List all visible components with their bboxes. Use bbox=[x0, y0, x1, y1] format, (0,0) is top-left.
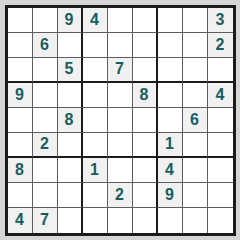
cell-r2c6[interactable] bbox=[133, 33, 158, 58]
cell-r5c5[interactable] bbox=[108, 108, 133, 133]
cell-r3c4[interactable] bbox=[83, 58, 108, 83]
cell-r2c4[interactable] bbox=[83, 33, 108, 58]
cell-r6c7[interactable]: 1 bbox=[158, 133, 183, 158]
cell-r1c9[interactable]: 3 bbox=[208, 8, 233, 33]
cell-r1c2[interactable] bbox=[33, 8, 58, 33]
cell-r2c7[interactable] bbox=[158, 33, 183, 58]
cell-r5c9[interactable] bbox=[208, 108, 233, 133]
cell-r5c2[interactable] bbox=[33, 108, 58, 133]
cell-r6c9[interactable] bbox=[208, 133, 233, 158]
cell-r2c8[interactable] bbox=[183, 33, 208, 58]
cell-r6c6[interactable] bbox=[133, 133, 158, 158]
cell-r4c7[interactable] bbox=[158, 83, 183, 108]
cell-r7c8[interactable] bbox=[183, 158, 208, 183]
page-background: 943625798486218142947 bbox=[0, 0, 240, 240]
cell-r8c3[interactable] bbox=[58, 183, 83, 208]
cell-r9c1[interactable]: 4 bbox=[8, 208, 33, 233]
cell-r1c7[interactable] bbox=[158, 8, 183, 33]
cell-r5c8[interactable]: 6 bbox=[183, 108, 208, 133]
cell-r7c1[interactable]: 8 bbox=[8, 158, 33, 183]
cell-r8c6[interactable] bbox=[133, 183, 158, 208]
cell-r6c5[interactable] bbox=[108, 133, 133, 158]
cell-r4c6[interactable]: 8 bbox=[133, 83, 158, 108]
cell-r5c1[interactable] bbox=[8, 108, 33, 133]
cell-r3c7[interactable] bbox=[158, 58, 183, 83]
cell-r3c8[interactable] bbox=[183, 58, 208, 83]
cell-r9c9[interactable] bbox=[208, 208, 233, 233]
cell-r4c1[interactable]: 9 bbox=[8, 83, 33, 108]
cell-r7c7[interactable]: 4 bbox=[158, 158, 183, 183]
cell-r8c5[interactable]: 2 bbox=[108, 183, 133, 208]
cell-r3c9[interactable] bbox=[208, 58, 233, 83]
cell-r8c9[interactable] bbox=[208, 183, 233, 208]
cell-r1c1[interactable] bbox=[8, 8, 33, 33]
cell-r1c5[interactable] bbox=[108, 8, 133, 33]
cell-r5c4[interactable] bbox=[83, 108, 108, 133]
cell-r7c5[interactable] bbox=[108, 158, 133, 183]
cell-r4c3[interactable] bbox=[58, 83, 83, 108]
cell-r1c4[interactable]: 4 bbox=[83, 8, 108, 33]
cell-r2c9[interactable]: 2 bbox=[208, 33, 233, 58]
cell-r9c8[interactable] bbox=[183, 208, 208, 233]
cell-r1c8[interactable] bbox=[183, 8, 208, 33]
cell-r9c6[interactable] bbox=[133, 208, 158, 233]
cell-r3c2[interactable] bbox=[33, 58, 58, 83]
cell-r3c3[interactable]: 5 bbox=[58, 58, 83, 83]
cell-r9c4[interactable] bbox=[83, 208, 108, 233]
cell-r5c6[interactable] bbox=[133, 108, 158, 133]
cell-r4c2[interactable] bbox=[33, 83, 58, 108]
cell-r6c8[interactable] bbox=[183, 133, 208, 158]
cell-r6c2[interactable]: 2 bbox=[33, 133, 58, 158]
cell-r4c4[interactable] bbox=[83, 83, 108, 108]
cell-r9c2[interactable]: 7 bbox=[33, 208, 58, 233]
cell-r7c6[interactable] bbox=[133, 158, 158, 183]
cell-r3c1[interactable] bbox=[8, 58, 33, 83]
cell-r8c8[interactable] bbox=[183, 183, 208, 208]
cell-r7c4[interactable]: 1 bbox=[83, 158, 108, 183]
cell-r8c4[interactable] bbox=[83, 183, 108, 208]
cell-r1c6[interactable] bbox=[133, 8, 158, 33]
cell-r2c2[interactable]: 6 bbox=[33, 33, 58, 58]
cell-r6c3[interactable] bbox=[58, 133, 83, 158]
cell-r8c2[interactable] bbox=[33, 183, 58, 208]
cell-r3c6[interactable] bbox=[133, 58, 158, 83]
cell-r2c3[interactable] bbox=[58, 33, 83, 58]
cell-r3c5[interactable]: 7 bbox=[108, 58, 133, 83]
cell-r6c1[interactable] bbox=[8, 133, 33, 158]
cell-r2c5[interactable] bbox=[108, 33, 133, 58]
cell-r9c5[interactable] bbox=[108, 208, 133, 233]
cell-r5c3[interactable]: 8 bbox=[58, 108, 83, 133]
cell-r7c9[interactable] bbox=[208, 158, 233, 183]
cell-r9c3[interactable] bbox=[58, 208, 83, 233]
cell-r9c7[interactable] bbox=[158, 208, 183, 233]
sudoku-board: 943625798486218142947 bbox=[5, 5, 236, 236]
cell-r8c1[interactable] bbox=[8, 183, 33, 208]
cell-r6c4[interactable] bbox=[83, 133, 108, 158]
cell-r7c3[interactable] bbox=[58, 158, 83, 183]
cell-r4c5[interactable] bbox=[108, 83, 133, 108]
cell-r2c1[interactable] bbox=[8, 33, 33, 58]
cell-r4c8[interactable] bbox=[183, 83, 208, 108]
cell-r4c9[interactable]: 4 bbox=[208, 83, 233, 108]
cell-r5c7[interactable] bbox=[158, 108, 183, 133]
cell-r7c2[interactable] bbox=[33, 158, 58, 183]
cell-r8c7[interactable]: 9 bbox=[158, 183, 183, 208]
cell-r1c3[interactable]: 9 bbox=[58, 8, 83, 33]
